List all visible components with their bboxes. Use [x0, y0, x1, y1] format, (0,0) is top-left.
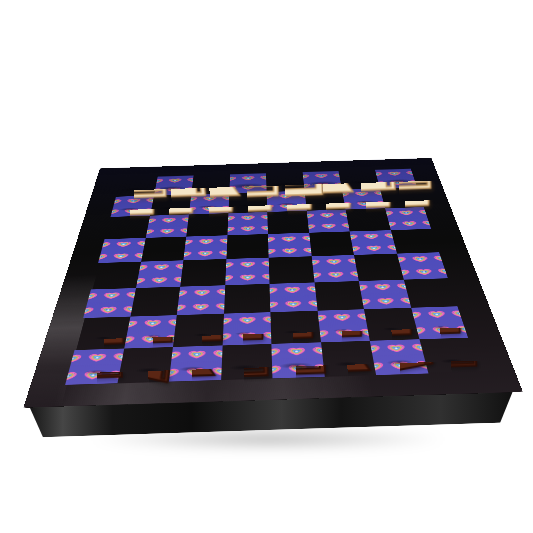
- heart-pattern: [136, 260, 184, 288]
- photo-canvas: ♜♞♝♛♚♝♞♜♟♟♟♟♟♟♟♟♟♟♟♟♟♟♟♟♜♞♝♛♚♝♞♜: [0, 0, 533, 533]
- heart-pattern: [268, 233, 311, 258]
- heart-pattern: [124, 315, 177, 348]
- heart-pattern: [154, 175, 194, 195]
- square-b2: [150, 194, 192, 215]
- heart-pattern: [342, 188, 385, 209]
- heart-pattern: [311, 255, 358, 282]
- square-g3: [346, 208, 391, 231]
- square-a6: [83, 288, 135, 318]
- heart-pattern: [145, 214, 188, 237]
- heart-pattern: [65, 348, 124, 385]
- heart-pattern: [269, 282, 317, 312]
- square-g5: [354, 254, 403, 281]
- square-e4: [268, 233, 311, 258]
- chess-set-scene: ♜♞♝♛♚♝♞♜♟♟♟♟♟♟♟♟♟♟♟♟♟♟♟♟♜♞♝♛♚♝♞♜: [0, 0, 533, 533]
- square-d5: [225, 258, 270, 285]
- square-h3: [385, 207, 432, 230]
- heart-pattern: [222, 312, 271, 345]
- square-a5: [91, 262, 141, 290]
- square-h6: [403, 278, 457, 308]
- square-d2: [228, 192, 267, 213]
- chess-board: ♜♞♝♛♚♝♞♜♟♟♟♟♟♟♟♟♟♟♟♟♟♟♟♟♜♞♝♛♚♝♞♜: [23, 158, 523, 408]
- square-b6: [130, 286, 180, 316]
- square-d6: [224, 284, 271, 314]
- square-a1: [116, 177, 157, 197]
- square-b3: [145, 214, 188, 237]
- heart-pattern: [189, 193, 229, 214]
- square-a3: [105, 216, 150, 239]
- square-c8: [169, 345, 222, 382]
- square-g8: [370, 339, 428, 375]
- square-h4: [390, 229, 439, 254]
- square-c7: [173, 314, 224, 347]
- heart-pattern: [350, 230, 397, 255]
- heart-pattern: [411, 306, 468, 339]
- heart-pattern: [98, 238, 145, 263]
- square-g6: [359, 279, 411, 309]
- heart-pattern: [229, 173, 267, 193]
- heart-pattern: [271, 342, 324, 378]
- square-a8: [65, 348, 124, 385]
- square-h5: [397, 252, 448, 279]
- square-h7: [411, 306, 468, 339]
- heart-pattern: [385, 207, 432, 230]
- square-b5: [136, 260, 184, 288]
- square-g7: [364, 308, 419, 341]
- square-e6: [269, 282, 317, 312]
- square-b8: [117, 347, 173, 384]
- square-f3: [306, 210, 349, 233]
- square-a4: [98, 238, 145, 263]
- square-c6: [177, 285, 225, 315]
- square-e2: [267, 191, 307, 212]
- square-f6: [314, 281, 364, 311]
- square-g2: [342, 188, 385, 209]
- heart-pattern: [317, 309, 370, 342]
- square-f5: [311, 255, 358, 282]
- heart-pattern: [375, 169, 417, 189]
- heart-pattern: [302, 171, 342, 191]
- square-a2: [111, 195, 154, 217]
- heart-pattern: [359, 279, 411, 309]
- square-g1: [338, 170, 379, 190]
- board-grid: [65, 169, 480, 385]
- square-c1: [191, 174, 229, 194]
- heart-pattern: [111, 195, 154, 217]
- square-e5: [269, 256, 314, 283]
- heart-pattern: [227, 212, 268, 235]
- square-b1: [154, 175, 194, 195]
- square-c4: [183, 235, 227, 260]
- heart-pattern: [370, 339, 428, 375]
- square-f8: [321, 341, 377, 377]
- square-e3: [267, 211, 309, 234]
- square-b7: [124, 315, 177, 348]
- square-d4: [226, 234, 269, 259]
- square-h2: [380, 187, 424, 208]
- square-d3: [227, 212, 268, 235]
- heart-pattern: [397, 252, 448, 279]
- heart-pattern: [306, 210, 349, 233]
- square-f2: [304, 189, 345, 210]
- square-d8: [221, 344, 273, 380]
- square-g4: [350, 230, 397, 255]
- square-c2: [189, 193, 229, 214]
- square-f4: [309, 231, 354, 256]
- heart-pattern: [225, 258, 270, 285]
- heart-pattern: [177, 285, 225, 315]
- square-f1: [302, 171, 342, 191]
- heart-pattern: [267, 191, 307, 212]
- square-d7: [222, 312, 271, 345]
- square-b4: [141, 236, 187, 261]
- square-d1: [229, 173, 267, 193]
- square-e8: [271, 342, 324, 378]
- heart-pattern: [169, 345, 222, 382]
- square-c5: [180, 259, 226, 286]
- square-a7: [75, 317, 130, 350]
- square-e1: [266, 172, 304, 192]
- heart-pattern: [183, 235, 227, 260]
- square-e7: [270, 311, 320, 344]
- square-f7: [317, 309, 370, 342]
- square-c3: [186, 213, 228, 236]
- heart-pattern: [83, 288, 135, 318]
- square-h1: [375, 169, 417, 189]
